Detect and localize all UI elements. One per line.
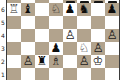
square-a2[interactable] [7, 55, 21, 68]
square-h6[interactable]: ♟ [105, 3, 119, 16]
white-rook: ♖ [9, 3, 20, 16]
chess-diagram: 654321 ♖♝♘♟♞♟♙♙♟♘♙♙♜♗♙♔ [0, 0, 120, 80]
white-knight: ♘ [79, 42, 90, 55]
square-h4[interactable]: ♙ [105, 29, 119, 42]
chess-board[interactable]: ♖♝♘♟♞♟♙♙♟♘♙♙♜♗♙♔ [6, 0, 120, 80]
square-c5[interactable] [35, 16, 49, 29]
square-b3[interactable] [21, 42, 35, 55]
square-f5[interactable] [77, 16, 91, 29]
square-f6[interactable]: ♞ [77, 3, 91, 16]
square-g5[interactable] [91, 16, 105, 29]
black-bishop: ♝ [23, 3, 34, 16]
black-pawn: ♟ [107, 3, 118, 16]
square-c2[interactable]: ♜ [35, 55, 49, 68]
square-d4[interactable] [49, 29, 63, 42]
square-e2[interactable] [63, 55, 77, 68]
square-g3[interactable]: ♙ [91, 42, 105, 55]
square-c1[interactable] [35, 68, 49, 80]
square-b4[interactable] [21, 29, 35, 42]
square-h3[interactable] [105, 42, 119, 55]
square-h1[interactable] [105, 68, 119, 80]
black-pawn: ♟ [51, 42, 62, 55]
square-a1[interactable] [7, 68, 21, 80]
square-d1[interactable] [49, 68, 63, 80]
square-f4[interactable] [77, 29, 91, 42]
square-g4[interactable] [91, 29, 105, 42]
square-e4[interactable]: ♙ [63, 29, 77, 42]
square-e1[interactable] [63, 68, 77, 80]
square-a3[interactable] [7, 42, 21, 55]
square-g6[interactable] [91, 3, 105, 16]
square-b2[interactable]: ♙ [21, 55, 35, 68]
white-pawn: ♙ [107, 29, 118, 42]
square-d5[interactable] [49, 16, 63, 29]
square-g1[interactable] [91, 68, 105, 80]
square-b5[interactable] [21, 16, 35, 29]
square-a5[interactable] [7, 16, 21, 29]
square-h2[interactable] [105, 55, 119, 68]
white-bishop: ♗ [51, 55, 62, 68]
square-b1[interactable] [21, 68, 35, 80]
square-f1[interactable] [77, 68, 91, 80]
square-b6[interactable]: ♝ [21, 3, 35, 16]
white-pawn: ♙ [93, 42, 104, 55]
square-e3[interactable] [63, 42, 77, 55]
square-f2[interactable]: ♙ [77, 55, 91, 68]
square-d2[interactable]: ♗ [49, 55, 63, 68]
square-e5[interactable] [63, 16, 77, 29]
square-c4[interactable] [35, 29, 49, 42]
square-c3[interactable] [35, 42, 49, 55]
square-d3[interactable]: ♟ [49, 42, 63, 55]
square-e6[interactable]: ♟ [63, 3, 77, 16]
black-rook: ♜ [37, 55, 48, 68]
black-pawn: ♟ [65, 3, 76, 16]
white-pawn: ♙ [79, 55, 90, 68]
square-h5[interactable] [105, 16, 119, 29]
white-pawn: ♙ [65, 29, 76, 42]
square-g2[interactable]: ♔ [91, 55, 105, 68]
square-a6[interactable]: ♖ [7, 3, 21, 16]
white-pawn: ♙ [23, 55, 34, 68]
white-king: ♔ [93, 55, 104, 68]
white-knight: ♘ [51, 3, 62, 16]
square-a4[interactable] [7, 29, 21, 42]
square-c6[interactable] [35, 3, 49, 16]
square-d6[interactable]: ♘ [49, 3, 63, 16]
square-f3[interactable]: ♘ [77, 42, 91, 55]
black-knight: ♞ [79, 3, 90, 16]
